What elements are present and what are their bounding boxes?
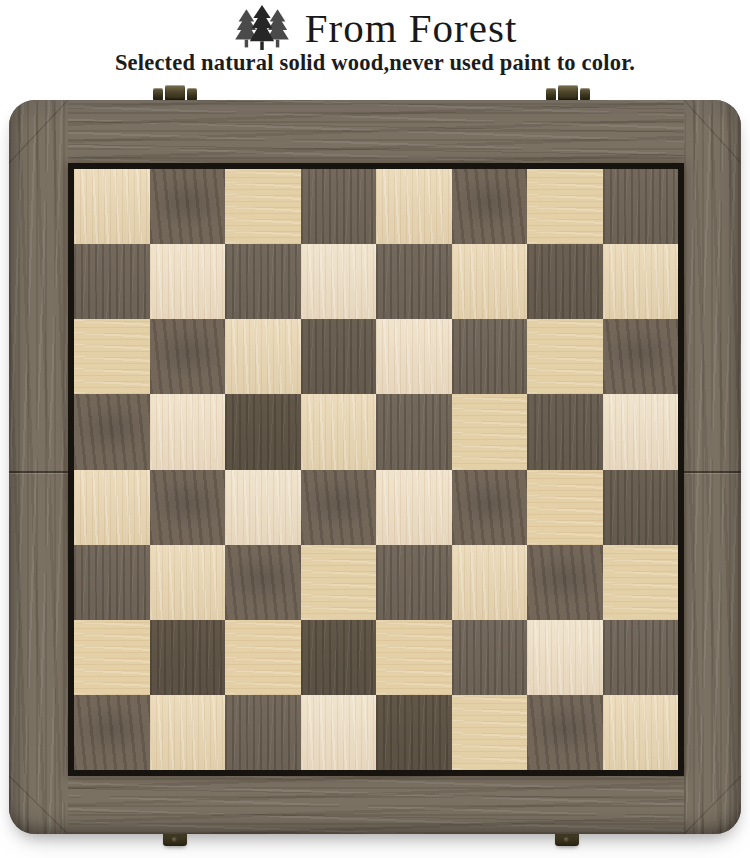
square-a8 bbox=[74, 169, 150, 244]
square-b7 bbox=[150, 244, 226, 319]
square-b1 bbox=[150, 695, 226, 770]
square-g1 bbox=[527, 695, 603, 770]
square-h6 bbox=[603, 319, 679, 394]
square-e3 bbox=[376, 545, 452, 620]
square-d4 bbox=[301, 470, 377, 545]
square-a3 bbox=[74, 545, 150, 620]
square-b6 bbox=[150, 319, 226, 394]
square-a5 bbox=[74, 394, 150, 469]
square-g8 bbox=[527, 169, 603, 244]
square-g2 bbox=[527, 620, 603, 695]
square-d7 bbox=[301, 244, 377, 319]
square-d2 bbox=[301, 620, 377, 695]
square-a7 bbox=[74, 244, 150, 319]
square-a6 bbox=[74, 319, 150, 394]
square-b5 bbox=[150, 394, 226, 469]
square-d3 bbox=[301, 545, 377, 620]
square-e6 bbox=[376, 319, 452, 394]
square-f3 bbox=[452, 545, 528, 620]
square-h3 bbox=[603, 545, 679, 620]
square-b8 bbox=[150, 169, 226, 244]
page-title: From Forest bbox=[305, 6, 518, 50]
title-row: From Forest bbox=[0, 2, 750, 50]
square-h8 bbox=[603, 169, 679, 244]
square-c5 bbox=[225, 394, 301, 469]
square-c8 bbox=[225, 169, 301, 244]
square-c4 bbox=[225, 470, 301, 545]
square-f4 bbox=[452, 470, 528, 545]
square-c7 bbox=[225, 244, 301, 319]
square-d1 bbox=[301, 695, 377, 770]
square-e7 bbox=[376, 244, 452, 319]
square-a1 bbox=[74, 695, 150, 770]
square-a4 bbox=[74, 470, 150, 545]
square-d5 bbox=[301, 394, 377, 469]
square-f6 bbox=[452, 319, 528, 394]
board bbox=[74, 169, 678, 770]
square-f1 bbox=[452, 695, 528, 770]
square-h2 bbox=[603, 620, 679, 695]
square-c6 bbox=[225, 319, 301, 394]
square-f7 bbox=[452, 244, 528, 319]
square-g6 bbox=[527, 319, 603, 394]
square-h5 bbox=[603, 394, 679, 469]
square-g7 bbox=[527, 244, 603, 319]
square-a2 bbox=[74, 620, 150, 695]
clasp-body bbox=[165, 85, 185, 101]
bottom-hinge-right-icon bbox=[555, 832, 579, 846]
bottom-hinge-left-icon bbox=[163, 832, 187, 846]
pine-trees-icon bbox=[233, 5, 291, 50]
square-f2 bbox=[452, 620, 528, 695]
square-f5 bbox=[452, 394, 528, 469]
square-d6 bbox=[301, 319, 377, 394]
play-area bbox=[68, 163, 684, 776]
square-e4 bbox=[376, 470, 452, 545]
subtitle: Selected natural solid wood,never used p… bbox=[0, 50, 750, 76]
square-f8 bbox=[452, 169, 528, 244]
square-h4 bbox=[603, 470, 679, 545]
square-g4 bbox=[527, 470, 603, 545]
chess-box bbox=[9, 100, 741, 834]
square-b2 bbox=[150, 620, 226, 695]
square-g5 bbox=[527, 394, 603, 469]
square-c2 bbox=[225, 620, 301, 695]
square-h1 bbox=[603, 695, 679, 770]
square-e8 bbox=[376, 169, 452, 244]
square-e1 bbox=[376, 695, 452, 770]
square-c3 bbox=[225, 545, 301, 620]
frame-left bbox=[9, 100, 68, 834]
square-e5 bbox=[376, 394, 452, 469]
product-image: From Forest Selected natural solid wood,… bbox=[0, 0, 750, 858]
square-c1 bbox=[225, 695, 301, 770]
square-b4 bbox=[150, 470, 226, 545]
square-g3 bbox=[527, 545, 603, 620]
square-e2 bbox=[376, 620, 452, 695]
frame-right bbox=[684, 100, 741, 834]
header: From Forest Selected natural solid wood,… bbox=[0, 0, 750, 76]
square-h7 bbox=[603, 244, 679, 319]
square-b3 bbox=[150, 545, 226, 620]
clasp-body bbox=[558, 85, 578, 101]
square-d8 bbox=[301, 169, 377, 244]
